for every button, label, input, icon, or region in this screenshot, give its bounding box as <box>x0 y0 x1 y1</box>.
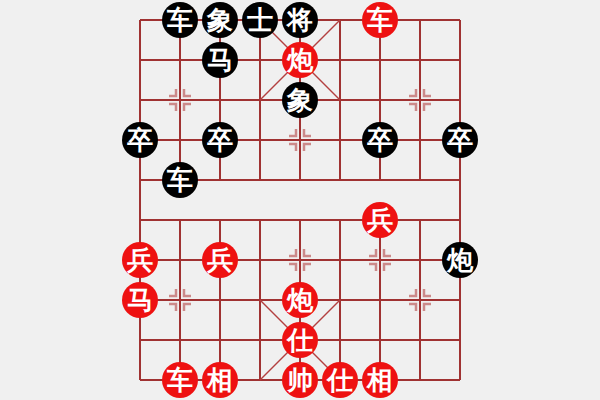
black-elephant-piece[interactable]: 象 <box>282 82 318 118</box>
red-soldier-piece[interactable]: 兵 <box>122 242 158 278</box>
board[interactable]: 车象士将车马炮象卒卒卒卒车兵兵兵炮马炮仕车相帅仕相 <box>120 0 480 400</box>
xiangqi-app-window: 车象士将车马炮象卒卒卒卒车兵兵兵炮马炮仕车相帅仕相 <box>0 0 600 400</box>
black-advisor-piece[interactable]: 士 <box>242 2 278 38</box>
red-elephant-piece[interactable]: 相 <box>202 362 238 398</box>
black-cannon-piece[interactable]: 炮 <box>442 242 478 278</box>
black-general-piece[interactable]: 将 <box>282 2 318 38</box>
red-cannon-piece[interactable]: 炮 <box>282 282 318 318</box>
red-elephant-piece[interactable]: 相 <box>362 362 398 398</box>
red-general-piece[interactable]: 帅 <box>282 362 318 398</box>
black-chariot-piece[interactable]: 车 <box>162 2 198 38</box>
black-soldier-piece[interactable]: 卒 <box>442 122 478 158</box>
red-advisor-piece[interactable]: 仕 <box>322 362 358 398</box>
red-cannon-piece[interactable]: 炮 <box>282 42 318 78</box>
black-horse-piece[interactable]: 马 <box>202 42 238 78</box>
black-chariot-piece[interactable]: 车 <box>162 162 198 198</box>
red-soldier-piece[interactable]: 兵 <box>362 202 398 238</box>
black-soldier-piece[interactable]: 卒 <box>122 122 158 158</box>
red-advisor-piece[interactable]: 仕 <box>282 322 318 358</box>
red-chariot-piece[interactable]: 车 <box>362 2 398 38</box>
black-soldier-piece[interactable]: 卒 <box>362 122 398 158</box>
red-soldier-piece[interactable]: 兵 <box>202 242 238 278</box>
red-chariot-piece[interactable]: 车 <box>162 362 198 398</box>
black-soldier-piece[interactable]: 卒 <box>202 122 238 158</box>
red-horse-piece[interactable]: 马 <box>122 282 158 318</box>
black-elephant-piece[interactable]: 象 <box>202 2 238 38</box>
